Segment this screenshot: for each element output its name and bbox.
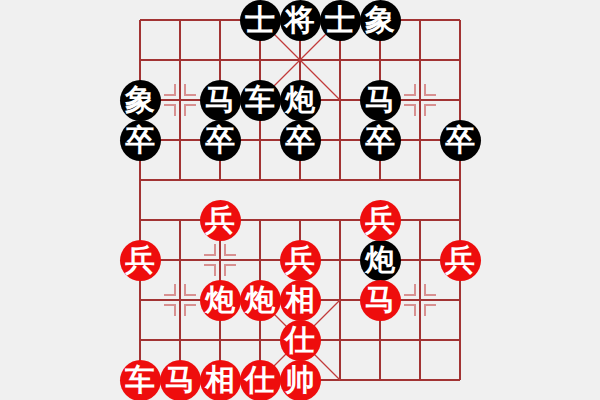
piece-red-pawn[interactable]: 兵 [360, 200, 401, 241]
screenshot-root: 士将士象象马车炮马卒卒卒卒卒炮兵兵兵兵兵炮炮相马仕车马相仕帅 [0, 0, 600, 400]
piece-red-pawn[interactable]: 兵 [120, 240, 161, 281]
piece-black-pawn[interactable]: 卒 [280, 120, 321, 161]
piece-black-pawn[interactable]: 卒 [360, 120, 401, 161]
piece-black-king[interactable]: 将 [280, 0, 321, 41]
piece-red-advisor[interactable]: 仕 [280, 320, 321, 361]
piece-black-advisor[interactable]: 士 [320, 0, 361, 41]
piece-red-elephant[interactable]: 相 [200, 360, 241, 400]
piece-red-pawn[interactable]: 兵 [200, 200, 241, 241]
piece-black-elephant[interactable]: 象 [120, 80, 161, 121]
piece-black-pawn[interactable]: 卒 [440, 120, 481, 161]
piece-black-cannon[interactable]: 炮 [280, 80, 321, 121]
piece-red-cannon[interactable]: 炮 [200, 280, 241, 321]
piece-red-chariot[interactable]: 车 [120, 360, 161, 400]
piece-black-pawn[interactable]: 卒 [200, 120, 241, 161]
piece-red-advisor[interactable]: 仕 [240, 360, 281, 400]
piece-red-horse[interactable]: 马 [360, 280, 401, 321]
piece-red-king[interactable]: 帅 [280, 360, 321, 400]
piece-red-elephant[interactable]: 相 [280, 280, 321, 321]
piece-red-pawn[interactable]: 兵 [280, 240, 321, 281]
piece-black-pawn[interactable]: 卒 [120, 120, 161, 161]
piece-black-horse[interactable]: 马 [200, 80, 241, 121]
piece-black-elephant[interactable]: 象 [360, 0, 401, 41]
piece-red-cannon[interactable]: 炮 [240, 280, 281, 321]
piece-red-horse[interactable]: 马 [160, 360, 201, 400]
piece-black-cannon[interactable]: 炮 [360, 240, 401, 281]
piece-black-horse[interactable]: 马 [360, 80, 401, 121]
piece-red-pawn[interactable]: 兵 [440, 240, 481, 281]
piece-black-chariot[interactable]: 车 [240, 80, 281, 121]
piece-black-advisor[interactable]: 士 [240, 0, 281, 41]
